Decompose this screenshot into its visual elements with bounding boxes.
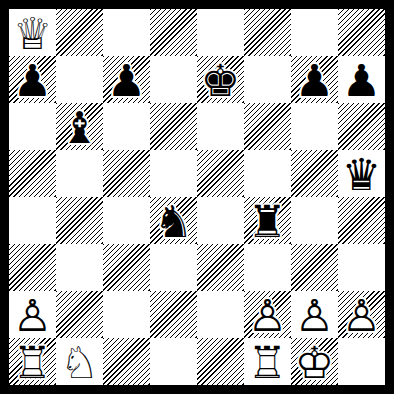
- piece-black-pawn-h7[interactable]: ♟♟: [338, 56, 385, 103]
- square-c5[interactable]: [103, 150, 150, 197]
- piece-white-rook-a1[interactable]: ♜♖: [9, 338, 56, 385]
- square-d6[interactable]: [150, 103, 197, 150]
- square-g1[interactable]: ♚♔: [291, 338, 338, 385]
- square-f3[interactable]: [244, 244, 291, 291]
- square-e6[interactable]: [197, 103, 244, 150]
- square-c3[interactable]: [103, 244, 150, 291]
- white-pawn-glyph: ♙: [338, 291, 385, 338]
- square-f1[interactable]: ♜♖: [244, 338, 291, 385]
- square-c7[interactable]: ♟♟: [103, 56, 150, 103]
- black-queen-glyph: ♛: [338, 150, 385, 197]
- square-d5[interactable]: [150, 150, 197, 197]
- black-pawn-glyph: ♟: [291, 56, 338, 103]
- square-a6[interactable]: [9, 103, 56, 150]
- square-e5[interactable]: [197, 150, 244, 197]
- square-d8[interactable]: [150, 9, 197, 56]
- black-pawn-glyph: ♟: [103, 56, 150, 103]
- black-pawn-glyph: ♟: [338, 56, 385, 103]
- chess-board: ♛♕♟♟♟♟♚♚♟♟♟♟♝♝♛♛♞♞♜♜♟♙♟♙♟♙♟♙♜♖♞♘♜♖♚♔: [9, 9, 385, 385]
- square-c6[interactable]: [103, 103, 150, 150]
- square-a8[interactable]: ♛♕: [9, 9, 56, 56]
- square-b6[interactable]: ♝♝: [56, 103, 103, 150]
- white-rook-glyph: ♖: [244, 338, 291, 385]
- square-c2[interactable]: [103, 291, 150, 338]
- square-d4[interactable]: ♞♞: [150, 197, 197, 244]
- square-e1[interactable]: [197, 338, 244, 385]
- square-f7[interactable]: [244, 56, 291, 103]
- white-pawn-glyph: ♙: [291, 291, 338, 338]
- square-b5[interactable]: [56, 150, 103, 197]
- white-rook-glyph: ♖: [9, 338, 56, 385]
- piece-white-queen-a8[interactable]: ♛♕: [9, 9, 56, 56]
- square-h6[interactable]: [338, 103, 385, 150]
- square-f6[interactable]: [244, 103, 291, 150]
- piece-white-pawn-f2[interactable]: ♟♙: [244, 291, 291, 338]
- piece-black-bishop-b6[interactable]: ♝♝: [56, 103, 103, 150]
- piece-black-queen-h5[interactable]: ♛♛: [338, 150, 385, 197]
- white-king-glyph: ♔: [291, 338, 338, 385]
- piece-white-pawn-a2[interactable]: ♟♙: [9, 291, 56, 338]
- piece-black-pawn-c7[interactable]: ♟♟: [103, 56, 150, 103]
- square-e8[interactable]: [197, 9, 244, 56]
- piece-white-pawn-g2[interactable]: ♟♙: [291, 291, 338, 338]
- square-g2[interactable]: ♟♙: [291, 291, 338, 338]
- black-knight-glyph: ♞: [150, 197, 197, 244]
- square-a1[interactable]: ♜♖: [9, 338, 56, 385]
- square-g5[interactable]: [291, 150, 338, 197]
- square-g6[interactable]: [291, 103, 338, 150]
- square-d1[interactable]: [150, 338, 197, 385]
- square-a3[interactable]: [9, 244, 56, 291]
- white-knight-glyph: ♘: [56, 338, 103, 385]
- piece-white-king-g1[interactable]: ♚♔: [291, 338, 338, 385]
- piece-black-pawn-g7[interactable]: ♟♟: [291, 56, 338, 103]
- square-g4[interactable]: [291, 197, 338, 244]
- square-c4[interactable]: [103, 197, 150, 244]
- square-e4[interactable]: [197, 197, 244, 244]
- black-rook-glyph: ♜: [244, 197, 291, 244]
- square-b8[interactable]: [56, 9, 103, 56]
- piece-white-rook-f1[interactable]: ♜♖: [244, 338, 291, 385]
- white-pawn-glyph: ♙: [244, 291, 291, 338]
- square-h7[interactable]: ♟♟: [338, 56, 385, 103]
- square-g7[interactable]: ♟♟: [291, 56, 338, 103]
- square-h2[interactable]: ♟♙: [338, 291, 385, 338]
- square-a5[interactable]: [9, 150, 56, 197]
- square-b4[interactable]: [56, 197, 103, 244]
- square-e3[interactable]: [197, 244, 244, 291]
- square-f8[interactable]: [244, 9, 291, 56]
- square-b7[interactable]: [56, 56, 103, 103]
- white-queen-glyph: ♕: [9, 9, 56, 56]
- square-a4[interactable]: [9, 197, 56, 244]
- square-b1[interactable]: ♞♘: [56, 338, 103, 385]
- square-f4[interactable]: ♜♜: [244, 197, 291, 244]
- square-e7[interactable]: ♚♚: [197, 56, 244, 103]
- piece-black-king-e7[interactable]: ♚♚: [197, 56, 244, 103]
- square-g8[interactable]: [291, 9, 338, 56]
- square-h1[interactable]: [338, 338, 385, 385]
- square-h8[interactable]: [338, 9, 385, 56]
- square-d2[interactable]: [150, 291, 197, 338]
- square-c8[interactable]: [103, 9, 150, 56]
- square-h5[interactable]: ♛♛: [338, 150, 385, 197]
- square-h4[interactable]: [338, 197, 385, 244]
- square-d3[interactable]: [150, 244, 197, 291]
- square-b3[interactable]: [56, 244, 103, 291]
- square-e2[interactable]: [197, 291, 244, 338]
- white-pawn-glyph: ♙: [9, 291, 56, 338]
- square-f2[interactable]: ♟♙: [244, 291, 291, 338]
- piece-white-pawn-h2[interactable]: ♟♙: [338, 291, 385, 338]
- piece-black-rook-f4[interactable]: ♜♜: [244, 197, 291, 244]
- black-pawn-glyph: ♟: [9, 56, 56, 103]
- chess-diagram: ♛♕♟♟♟♟♚♚♟♟♟♟♝♝♛♛♞♞♜♜♟♙♟♙♟♙♟♙♜♖♞♘♜♖♚♔: [0, 0, 394, 394]
- square-a2[interactable]: ♟♙: [9, 291, 56, 338]
- square-h3[interactable]: [338, 244, 385, 291]
- piece-black-knight-d4[interactable]: ♞♞: [150, 197, 197, 244]
- square-c1[interactable]: [103, 338, 150, 385]
- square-b2[interactable]: [56, 291, 103, 338]
- square-f5[interactable]: [244, 150, 291, 197]
- black-bishop-glyph: ♝: [56, 103, 103, 150]
- square-a7[interactable]: ♟♟: [9, 56, 56, 103]
- piece-white-knight-b1[interactable]: ♞♘: [56, 338, 103, 385]
- piece-black-pawn-a7[interactable]: ♟♟: [9, 56, 56, 103]
- black-king-glyph: ♚: [197, 56, 244, 103]
- square-g3[interactable]: [291, 244, 338, 291]
- square-d7[interactable]: [150, 56, 197, 103]
